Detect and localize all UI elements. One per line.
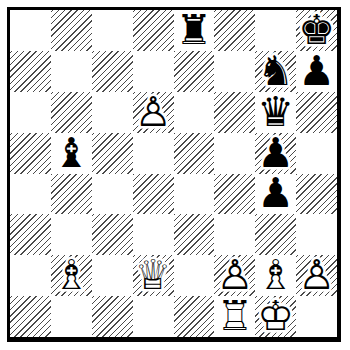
square-h6[interactable] [296,92,337,133]
square-a3[interactable] [10,214,51,255]
square-h3[interactable] [296,214,337,255]
square-b7[interactable] [51,51,92,92]
square-e4[interactable] [174,174,215,215]
square-a5[interactable] [10,133,51,174]
black-queen-icon: ♛ [255,92,296,133]
square-a6[interactable] [10,92,51,133]
square-b3[interactable] [51,214,92,255]
black-king-icon: ♚ [296,10,337,51]
white-bishop-icon: ♗ [255,255,296,296]
piece-halo: ♞ [255,51,296,92]
black-rook-icon: ♜ [174,10,215,51]
square-e2[interactable] [174,255,215,296]
white-king-icon: ♔ [255,296,296,337]
black-pawn-icon: ♟ [296,51,337,92]
square-a4[interactable] [10,174,51,215]
piece-halo: ♟ [133,92,174,133]
square-e3[interactable] [174,214,215,255]
square-c6[interactable] [92,92,133,133]
square-d2[interactable]: ♛♕ [133,255,174,296]
piece-halo: ♟ [255,133,296,174]
piece-halo: ♛ [255,92,296,133]
piece-halo: ♟ [296,51,337,92]
square-g6[interactable]: ♛♛ [255,92,296,133]
square-d6[interactable]: ♟♙ [133,92,174,133]
square-a7[interactable] [10,51,51,92]
square-d4[interactable] [133,174,174,215]
square-b4[interactable] [51,174,92,215]
black-pawn-icon: ♟ [255,174,296,215]
square-e6[interactable] [174,92,215,133]
piece-halo: ♟ [214,255,255,296]
square-h1[interactable] [296,296,337,337]
piece-halo: ♝ [255,255,296,296]
piece-halo: ♟ [255,174,296,215]
piece-halo: ♚ [296,10,337,51]
square-h4[interactable] [296,174,337,215]
square-f1[interactable]: ♜♖ [214,296,255,337]
square-g7[interactable]: ♞♞ [255,51,296,92]
square-a2[interactable] [10,255,51,296]
square-b2[interactable]: ♝♗ [51,255,92,296]
square-g5[interactable]: ♟♟ [255,133,296,174]
square-d1[interactable] [133,296,174,337]
square-g2[interactable]: ♝♗ [255,255,296,296]
square-a8[interactable] [10,10,51,51]
white-pawn-icon: ♙ [296,255,337,296]
piece-halo: ♝ [51,255,92,296]
white-queen-icon: ♕ [133,255,174,296]
square-d8[interactable] [133,10,174,51]
square-e5[interactable] [174,133,215,174]
square-c4[interactable] [92,174,133,215]
square-c2[interactable] [92,255,133,296]
piece-halo: ♛ [133,255,174,296]
square-f6[interactable] [214,92,255,133]
square-h5[interactable] [296,133,337,174]
piece-halo: ♝ [51,133,92,174]
white-rook-icon: ♖ [214,296,255,337]
square-g1[interactable]: ♚♔ [255,296,296,337]
piece-halo: ♜ [174,10,215,51]
square-d3[interactable] [133,214,174,255]
white-bishop-icon: ♗ [51,255,92,296]
square-e8[interactable]: ♜♜ [174,10,215,51]
square-e1[interactable] [174,296,215,337]
white-pawn-icon: ♙ [133,92,174,133]
square-b1[interactable] [51,296,92,337]
square-g4[interactable]: ♟♟ [255,174,296,215]
black-bishop-icon: ♝ [51,133,92,174]
square-h8[interactable]: ♚♚ [296,10,337,51]
square-g3[interactable] [255,214,296,255]
black-pawn-icon: ♟ [255,133,296,174]
chessboard-frame: ♜♜♚♚♞♞♟♟♟♙♛♛♝♝♟♟♟♟♝♗♛♕♟♙♝♗♟♙♜♖♚♔ [7,7,341,342]
square-h2[interactable]: ♟♙ [296,255,337,296]
piece-halo: ♟ [296,255,337,296]
square-f5[interactable] [214,133,255,174]
black-knight-icon: ♞ [255,51,296,92]
square-c3[interactable] [92,214,133,255]
square-d5[interactable] [133,133,174,174]
square-b5[interactable]: ♝♝ [51,133,92,174]
square-c8[interactable] [92,10,133,51]
square-h7[interactable]: ♟♟ [296,51,337,92]
square-b8[interactable] [51,10,92,51]
square-b6[interactable] [51,92,92,133]
chessboard: ♜♜♚♚♞♞♟♟♟♙♛♛♝♝♟♟♟♟♝♗♛♕♟♙♝♗♟♙♜♖♚♔ [10,10,337,337]
square-a1[interactable] [10,296,51,337]
piece-halo: ♜ [214,296,255,337]
square-f3[interactable] [214,214,255,255]
square-f8[interactable] [214,10,255,51]
square-c7[interactable] [92,51,133,92]
piece-halo: ♚ [255,296,296,337]
square-g8[interactable] [255,10,296,51]
square-d7[interactable] [133,51,174,92]
square-f7[interactable] [214,51,255,92]
square-c1[interactable] [92,296,133,337]
square-c5[interactable] [92,133,133,174]
square-f2[interactable]: ♟♙ [214,255,255,296]
square-f4[interactable] [214,174,255,215]
square-e7[interactable] [174,51,215,92]
white-pawn-icon: ♙ [214,255,255,296]
